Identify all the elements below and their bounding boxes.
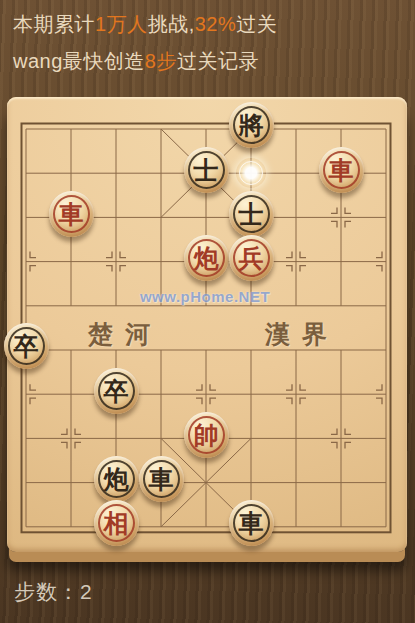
status-bar: 步数：2 xyxy=(14,578,93,606)
board-intersection[interactable] xyxy=(274,328,319,372)
board-intersection[interactable] xyxy=(4,195,49,239)
text-segment: 1万人 xyxy=(95,13,148,35)
challenge-stats: 本期累计1万人挑战,32%过关 wang最快创造8步过关记录 xyxy=(13,6,277,80)
board-intersection[interactable] xyxy=(229,372,274,416)
board-intersection[interactable]: 車 xyxy=(229,505,274,549)
board-intersection[interactable] xyxy=(274,239,319,283)
board-intersection[interactable] xyxy=(364,416,409,460)
step-count-label: 步数： xyxy=(14,580,80,603)
piece-red-車[interactable]: 車 xyxy=(319,147,364,193)
piece-black-卒[interactable]: 卒 xyxy=(4,323,49,369)
piece-black-士[interactable]: 士 xyxy=(229,191,274,237)
board-intersection[interactable] xyxy=(94,239,139,283)
text-segment: 挑战, xyxy=(148,13,195,35)
board-intersection[interactable] xyxy=(184,284,229,328)
piece-red-相[interactable]: 相 xyxy=(94,500,139,546)
board-intersection[interactable]: 將 xyxy=(229,107,274,151)
piece-red-兵[interactable]: 兵 xyxy=(229,235,274,281)
board-intersection[interactable] xyxy=(49,416,94,460)
board-intersection[interactable] xyxy=(94,328,139,372)
board-intersection[interactable] xyxy=(319,328,364,372)
board-intersection[interactable]: 炮 xyxy=(94,460,139,504)
board-intersection[interactable]: 車 xyxy=(49,195,94,239)
board-intersection[interactable] xyxy=(184,328,229,372)
board-intersection[interactable] xyxy=(274,195,319,239)
piece-black-炮[interactable]: 炮 xyxy=(94,456,139,502)
board-intersection[interactable] xyxy=(184,372,229,416)
board-intersection[interactable] xyxy=(364,284,409,328)
step-count-value: 2 xyxy=(80,580,93,603)
piece-red-帥[interactable]: 帥 xyxy=(184,412,229,458)
board-intersection[interactable] xyxy=(229,328,274,372)
board-intersection[interactable] xyxy=(139,328,184,372)
piece-black-士[interactable]: 士 xyxy=(184,147,229,193)
board-intersection[interactable] xyxy=(319,284,364,328)
board-intersection[interactable] xyxy=(229,284,274,328)
board-intersection[interactable] xyxy=(94,151,139,195)
board-intersection[interactable] xyxy=(4,416,49,460)
board-intersection[interactable] xyxy=(4,460,49,504)
board-intersection[interactable] xyxy=(139,107,184,151)
board-intersection[interactable] xyxy=(4,239,49,283)
piece-glyph: 帥 xyxy=(194,422,219,448)
board-intersection[interactable] xyxy=(94,284,139,328)
board-intersection[interactable] xyxy=(364,195,409,239)
board-intersection[interactable] xyxy=(49,239,94,283)
piece-black-車[interactable]: 車 xyxy=(139,456,184,502)
board-intersection[interactable] xyxy=(49,328,94,372)
board-intersection[interactable] xyxy=(49,151,94,195)
challenge-line: 本期累计1万人挑战,32%过关 xyxy=(13,6,277,43)
app-screen: { "game": "xiangqi", "header": { "line1"… xyxy=(0,0,415,623)
board-intersection[interactable]: 士 xyxy=(184,151,229,195)
board-intersection[interactable] xyxy=(364,460,409,504)
board-intersection[interactable]: 士 xyxy=(229,195,274,239)
board-intersection[interactable] xyxy=(139,372,184,416)
board-intersection[interactable]: 卒 xyxy=(94,372,139,416)
board-intersection[interactable] xyxy=(4,505,49,549)
board-intersection[interactable] xyxy=(274,460,319,504)
board-intersection[interactable] xyxy=(364,372,409,416)
board-intersection[interactable] xyxy=(364,505,409,549)
board-intersection[interactable]: 車 xyxy=(139,460,184,504)
board-intersection[interactable] xyxy=(229,416,274,460)
board-intersection[interactable] xyxy=(139,195,184,239)
xiangqi-board[interactable]: 楚河 漢界 將士車車士炮兵卒卒帥炮車相車 www.pHome.NET xyxy=(7,97,407,552)
piece-black-卒[interactable]: 卒 xyxy=(94,368,139,414)
piece-glyph: 將 xyxy=(239,112,264,138)
board-intersection[interactable]: 相 xyxy=(94,505,139,549)
board-intersection[interactable] xyxy=(319,195,364,239)
board-intersection[interactable] xyxy=(139,505,184,549)
board-intersection[interactable] xyxy=(364,107,409,151)
piece-glyph: 炮 xyxy=(194,245,219,271)
board-intersection[interactable] xyxy=(274,505,319,549)
piece-red-車[interactable]: 車 xyxy=(49,191,94,237)
board-intersections: 將士車車士炮兵卒卒帥炮車相車 xyxy=(4,107,409,549)
board-intersection[interactable] xyxy=(49,372,94,416)
piece-glyph: 士 xyxy=(239,201,264,227)
board-intersection[interactable] xyxy=(319,505,364,549)
board-intersection[interactable] xyxy=(94,195,139,239)
text-segment: 过关 xyxy=(236,13,277,35)
piece-glyph: 卒 xyxy=(104,378,129,404)
board-intersection[interactable] xyxy=(319,372,364,416)
piece-glyph: 相 xyxy=(104,510,129,536)
board-intersection[interactable] xyxy=(274,416,319,460)
board-intersection[interactable] xyxy=(4,372,49,416)
board-intersection[interactable] xyxy=(4,107,49,151)
board-intersection[interactable] xyxy=(139,239,184,283)
piece-glyph: 卒 xyxy=(14,333,39,359)
piece-glyph: 車 xyxy=(59,201,84,227)
board-intersection[interactable]: 炮 xyxy=(184,239,229,283)
board-intersection[interactable] xyxy=(94,107,139,151)
board-intersection[interactable] xyxy=(49,460,94,504)
text-segment: 8步 xyxy=(145,50,177,72)
piece-glyph: 車 xyxy=(149,466,174,492)
board-intersection[interactable] xyxy=(139,416,184,460)
board-intersection[interactable] xyxy=(319,416,364,460)
board-intersection[interactable] xyxy=(364,328,409,372)
board-intersection[interactable] xyxy=(274,107,319,151)
board-intersection[interactable] xyxy=(229,460,274,504)
board-intersection[interactable]: 帥 xyxy=(184,416,229,460)
board-intersection[interactable] xyxy=(4,151,49,195)
piece-glyph: 炮 xyxy=(104,466,129,492)
text-segment: 本期累计 xyxy=(13,13,95,35)
board-intersection[interactable] xyxy=(184,195,229,239)
board-intersection[interactable] xyxy=(364,151,409,195)
board-intersection[interactable] xyxy=(184,460,229,504)
board-intersection[interactable] xyxy=(319,460,364,504)
board-intersection[interactable] xyxy=(4,284,49,328)
board-intersection[interactable]: 卒 xyxy=(4,328,49,372)
piece-glyph: 車 xyxy=(329,157,354,183)
text-segment: 32% xyxy=(195,13,237,35)
text-segment: 过关记录 xyxy=(177,50,259,72)
record-line: wang最快创造8步过关记录 xyxy=(13,43,277,80)
board-intersection[interactable] xyxy=(184,505,229,549)
piece-glyph: 兵 xyxy=(239,245,264,271)
board-intersection[interactable]: 車 xyxy=(319,151,364,195)
board-intersection[interactable] xyxy=(49,505,94,549)
text-segment: wang最快创造 xyxy=(13,50,145,72)
board-intersection[interactable] xyxy=(229,151,274,195)
piece-black-將[interactable]: 將 xyxy=(229,102,274,148)
board-intersection[interactable] xyxy=(274,284,319,328)
board-intersection[interactable] xyxy=(184,107,229,151)
board-intersection[interactable] xyxy=(274,151,319,195)
board-intersection[interactable]: 兵 xyxy=(229,239,274,283)
board-intersection[interactable] xyxy=(49,284,94,328)
board-intersection[interactable] xyxy=(94,416,139,460)
board-intersection[interactable] xyxy=(49,107,94,151)
board-intersection[interactable] xyxy=(139,151,184,195)
piece-black-車[interactable]: 車 xyxy=(229,500,274,546)
board-intersection[interactable] xyxy=(274,372,319,416)
board-intersection[interactable] xyxy=(364,239,409,283)
piece-red-炮[interactable]: 炮 xyxy=(184,235,229,281)
board-intersection[interactable] xyxy=(139,284,184,328)
board-intersection[interactable] xyxy=(319,107,364,151)
piece-glyph: 士 xyxy=(194,157,219,183)
board-intersection[interactable] xyxy=(319,239,364,283)
piece-glyph: 車 xyxy=(239,510,264,536)
move-sparkle-marker xyxy=(236,158,266,188)
